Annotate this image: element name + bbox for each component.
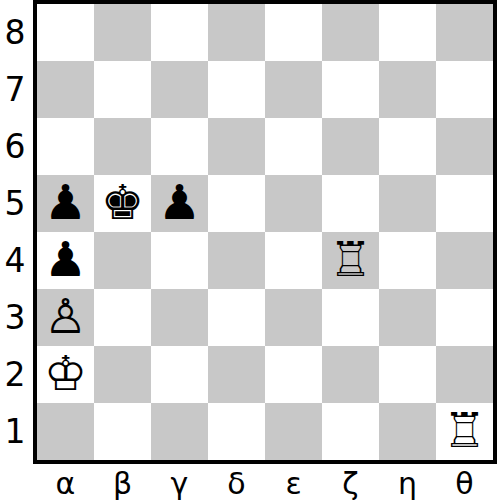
square-α7[interactable] <box>37 61 94 118</box>
square-ζ8[interactable] <box>322 4 379 61</box>
file-label-θ: θ <box>436 464 493 502</box>
square-η3[interactable] <box>379 289 436 346</box>
square-δ7[interactable] <box>208 61 265 118</box>
file-label-ζ: ζ <box>322 464 379 502</box>
white-rook-ζ4: ♖ <box>329 235 372 283</box>
square-ε3[interactable] <box>265 289 322 346</box>
square-η4[interactable] <box>379 232 436 289</box>
square-δ5[interactable] <box>208 175 265 232</box>
file-label-β: β <box>94 464 151 502</box>
square-δ6[interactable] <box>208 118 265 175</box>
square-γ6[interactable] <box>151 118 208 175</box>
square-β1[interactable] <box>94 403 151 460</box>
square-ε2[interactable] <box>265 346 322 403</box>
square-ε4[interactable] <box>265 232 322 289</box>
board: ♟♚♟♟♖♙♔♖ <box>33 0 497 464</box>
square-γ2[interactable] <box>151 346 208 403</box>
square-ε1[interactable] <box>265 403 322 460</box>
square-θ5[interactable] <box>436 175 493 232</box>
square-θ3[interactable] <box>436 289 493 346</box>
rank-label-5: 5 <box>0 175 30 232</box>
black-pawn-γ5: ♟ <box>158 178 201 226</box>
square-ζ7[interactable] <box>322 61 379 118</box>
white-king-α2: ♔ <box>44 349 87 397</box>
square-β7[interactable] <box>94 61 151 118</box>
square-η7[interactable] <box>379 61 436 118</box>
square-β3[interactable] <box>94 289 151 346</box>
white-pawn-α3: ♙ <box>44 292 87 340</box>
square-β2[interactable] <box>94 346 151 403</box>
black-pawn-α5: ♟ <box>44 178 87 226</box>
square-γ7[interactable] <box>151 61 208 118</box>
square-η6[interactable] <box>379 118 436 175</box>
square-ζ5[interactable] <box>322 175 379 232</box>
white-rook-θ1: ♖ <box>443 406 486 454</box>
square-δ1[interactable] <box>208 403 265 460</box>
square-θ6[interactable] <box>436 118 493 175</box>
square-α5[interactable]: ♟ <box>37 175 94 232</box>
square-ζ3[interactable] <box>322 289 379 346</box>
square-δ8[interactable] <box>208 4 265 61</box>
square-η5[interactable] <box>379 175 436 232</box>
rank-label-8: 8 <box>0 4 30 61</box>
square-α3[interactable]: ♙ <box>37 289 94 346</box>
square-θ4[interactable] <box>436 232 493 289</box>
square-α4[interactable]: ♟ <box>37 232 94 289</box>
square-β5[interactable]: ♚ <box>94 175 151 232</box>
file-labels: αβγδεζηθ <box>37 464 493 502</box>
square-δ3[interactable] <box>208 289 265 346</box>
file-label-γ: γ <box>151 464 208 502</box>
square-α1[interactable] <box>37 403 94 460</box>
black-king-β5: ♚ <box>101 178 144 226</box>
square-ζ6[interactable] <box>322 118 379 175</box>
file-label-δ: δ <box>208 464 265 502</box>
square-ε7[interactable] <box>265 61 322 118</box>
file-label-ε: ε <box>265 464 322 502</box>
square-β8[interactable] <box>94 4 151 61</box>
rank-label-1: 1 <box>0 403 30 460</box>
rank-label-3: 3 <box>0 289 30 346</box>
square-η1[interactable] <box>379 403 436 460</box>
square-γ8[interactable] <box>151 4 208 61</box>
square-θ1[interactable]: ♖ <box>436 403 493 460</box>
square-η8[interactable] <box>379 4 436 61</box>
rank-label-2: 2 <box>0 346 30 403</box>
square-δ2[interactable] <box>208 346 265 403</box>
square-δ4[interactable] <box>208 232 265 289</box>
square-ε8[interactable] <box>265 4 322 61</box>
square-γ1[interactable] <box>151 403 208 460</box>
square-β6[interactable] <box>94 118 151 175</box>
square-θ8[interactable] <box>436 4 493 61</box>
square-ζ1[interactable] <box>322 403 379 460</box>
rank-labels: 87654321 <box>0 4 30 460</box>
square-ε6[interactable] <box>265 118 322 175</box>
square-β4[interactable] <box>94 232 151 289</box>
square-α2[interactable]: ♔ <box>37 346 94 403</box>
rank-label-6: 6 <box>0 118 30 175</box>
square-ζ2[interactable] <box>322 346 379 403</box>
square-ζ4[interactable]: ♖ <box>322 232 379 289</box>
rank-label-4: 4 <box>0 232 30 289</box>
square-α8[interactable] <box>37 4 94 61</box>
file-label-η: η <box>379 464 436 502</box>
file-label-α: α <box>37 464 94 502</box>
chess-diagram: 87654321 ♟♚♟♟♖♙♔♖ αβγδεζηθ <box>0 0 499 502</box>
square-γ4[interactable] <box>151 232 208 289</box>
rank-label-7: 7 <box>0 61 30 118</box>
black-pawn-α4: ♟ <box>44 235 87 283</box>
square-γ5[interactable]: ♟ <box>151 175 208 232</box>
square-α6[interactable] <box>37 118 94 175</box>
square-θ2[interactable] <box>436 346 493 403</box>
square-η2[interactable] <box>379 346 436 403</box>
square-ε5[interactable] <box>265 175 322 232</box>
square-γ3[interactable] <box>151 289 208 346</box>
square-θ7[interactable] <box>436 61 493 118</box>
